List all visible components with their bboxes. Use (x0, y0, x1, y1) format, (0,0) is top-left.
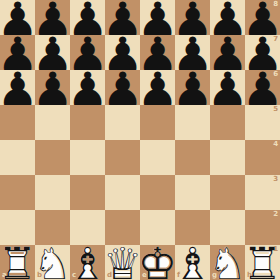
piece-black-pawn[interactable]: ♟ (175, 70, 210, 105)
rank-label-3: 3 (273, 176, 278, 183)
square-b3[interactable] (35, 175, 70, 210)
piece-glyph-fill: ♟ (140, 71, 175, 106)
square-h1[interactable]: 1h♜♖ (245, 245, 280, 280)
square-h8[interactable]: 8♟ (245, 0, 280, 35)
rank-label-5: 5 (273, 106, 278, 113)
square-g3[interactable] (210, 175, 245, 210)
piece-black-pawn[interactable]: ♟ (175, 0, 210, 35)
piece-black-pawn[interactable]: ♟ (105, 0, 140, 35)
piece-glyph-fill: ♟ (245, 36, 280, 71)
square-b8[interactable]: ♟ (35, 0, 70, 35)
piece-glyph-fill: ♟ (35, 71, 70, 106)
square-g2[interactable] (210, 210, 245, 245)
square-d8[interactable]: ♟ (105, 0, 140, 35)
piece-black-pawn[interactable]: ♟ (245, 35, 280, 70)
square-h6[interactable]: 6♟ (245, 70, 280, 105)
piece-black-pawn[interactable]: ♟ (35, 70, 70, 105)
piece-black-pawn[interactable]: ♟ (70, 35, 105, 70)
piece-white-bishop[interactable]: ♝♗ (70, 245, 105, 280)
square-f2[interactable] (175, 210, 210, 245)
piece-glyph-fill: ♞ (35, 246, 70, 280)
square-b1[interactable]: b♞♘ (35, 245, 70, 280)
square-f6[interactable]: ♟ (175, 70, 210, 105)
piece-glyph-outline: ♘ (35, 246, 70, 280)
piece-black-pawn[interactable]: ♟ (70, 70, 105, 105)
square-h3[interactable]: 3 (245, 175, 280, 210)
piece-glyph-fill: ♟ (70, 1, 105, 36)
piece-black-pawn[interactable]: ♟ (105, 70, 140, 105)
piece-glyph-fill: ♚ (140, 246, 175, 280)
piece-glyph-fill: ♟ (0, 71, 35, 106)
square-c3[interactable] (70, 175, 105, 210)
square-h2[interactable]: 2 (245, 210, 280, 245)
piece-glyph-fill: ♟ (245, 1, 280, 36)
piece-glyph-outline: ♔ (140, 246, 175, 280)
square-h7[interactable]: 7♟ (245, 35, 280, 70)
square-f8[interactable]: ♟ (175, 0, 210, 35)
square-f4[interactable] (175, 140, 210, 175)
piece-glyph-fill: ♟ (210, 36, 245, 71)
piece-black-pawn[interactable]: ♟ (210, 70, 245, 105)
piece-white-knight[interactable]: ♞♘ (35, 245, 70, 280)
piece-glyph-fill: ♟ (0, 36, 35, 71)
square-e8[interactable]: ♟ (140, 0, 175, 35)
square-d5[interactable] (105, 105, 140, 140)
square-a3[interactable] (0, 175, 35, 210)
square-g6[interactable]: ♟ (210, 70, 245, 105)
square-b7[interactable]: ♟ (35, 35, 70, 70)
piece-black-pawn[interactable]: ♟ (210, 35, 245, 70)
square-c2[interactable] (70, 210, 105, 245)
piece-black-pawn[interactable]: ♟ (0, 70, 35, 105)
square-c4[interactable] (70, 140, 105, 175)
piece-glyph-fill: ♟ (105, 1, 140, 36)
square-c6[interactable]: ♟ (70, 70, 105, 105)
square-d6[interactable]: ♟ (105, 70, 140, 105)
piece-black-pawn[interactable]: ♟ (0, 0, 35, 35)
chess-board: ♟♟♟♟♟♟♟8♟♟♟♟♟♟♟♟7♟♟♟♟♟♟♟♟6♟5432a♜♖b♞♘c♝♗… (0, 0, 280, 280)
piece-glyph-fill: ♝ (175, 246, 210, 280)
square-e5[interactable] (140, 105, 175, 140)
square-e3[interactable] (140, 175, 175, 210)
square-g7[interactable]: ♟ (210, 35, 245, 70)
square-c5[interactable] (70, 105, 105, 140)
square-g4[interactable] (210, 140, 245, 175)
piece-black-pawn[interactable]: ♟ (35, 0, 70, 35)
square-g5[interactable] (210, 105, 245, 140)
piece-glyph-outline: ♗ (70, 246, 105, 280)
piece-black-pawn[interactable]: ♟ (140, 35, 175, 70)
square-d2[interactable] (105, 210, 140, 245)
piece-white-rook[interactable]: ♜♖ (245, 245, 280, 280)
square-a8[interactable]: ♟ (0, 0, 35, 35)
piece-black-pawn[interactable]: ♟ (70, 0, 105, 35)
piece-black-pawn[interactable]: ♟ (175, 35, 210, 70)
piece-black-pawn[interactable]: ♟ (140, 0, 175, 35)
square-d7[interactable]: ♟ (105, 35, 140, 70)
rank-label-4: 4 (273, 141, 278, 148)
piece-glyph-fill: ♞ (210, 246, 245, 280)
square-e4[interactable] (140, 140, 175, 175)
piece-glyph-outline: ♘ (210, 246, 245, 280)
piece-white-king[interactable]: ♚♔ (140, 245, 175, 280)
piece-black-pawn[interactable]: ♟ (105, 35, 140, 70)
square-f7[interactable]: ♟ (175, 35, 210, 70)
square-a1[interactable]: a♜♖ (0, 245, 35, 280)
square-h5[interactable]: 5 (245, 105, 280, 140)
piece-glyph-fill: ♟ (140, 36, 175, 71)
square-c1[interactable]: c♝♗ (70, 245, 105, 280)
square-f3[interactable] (175, 175, 210, 210)
square-a2[interactable] (0, 210, 35, 245)
square-e7[interactable]: ♟ (140, 35, 175, 70)
piece-glyph-fill: ♝ (70, 246, 105, 280)
piece-glyph-fill: ♟ (210, 1, 245, 36)
square-h4[interactable]: 4 (245, 140, 280, 175)
rank-label-2: 2 (273, 211, 278, 218)
square-c7[interactable]: ♟ (70, 35, 105, 70)
piece-glyph-fill: ♟ (175, 71, 210, 106)
piece-glyph-fill: ♜ (0, 246, 35, 280)
piece-glyph-fill: ♟ (0, 1, 35, 36)
piece-black-pawn[interactable]: ♟ (0, 35, 35, 70)
square-g8[interactable]: ♟ (210, 0, 245, 35)
piece-white-bishop[interactable]: ♝♗ (175, 245, 210, 280)
square-a5[interactable] (0, 105, 35, 140)
square-e1[interactable]: e♚♔ (140, 245, 175, 280)
square-b4[interactable] (35, 140, 70, 175)
piece-glyph-fill: ♟ (175, 36, 210, 71)
piece-glyph-fill: ♟ (210, 71, 245, 106)
piece-black-pawn[interactable]: ♟ (35, 35, 70, 70)
piece-white-queen[interactable]: ♛♕ (105, 245, 140, 280)
square-b6[interactable]: ♟ (35, 70, 70, 105)
piece-glyph-fill: ♟ (140, 1, 175, 36)
piece-glyph-fill: ♟ (35, 36, 70, 71)
piece-glyph-fill: ♟ (70, 71, 105, 106)
square-f1[interactable]: f♝♗ (175, 245, 210, 280)
square-d1[interactable]: d♛♕ (105, 245, 140, 280)
piece-black-pawn[interactable]: ♟ (210, 0, 245, 35)
square-b5[interactable] (35, 105, 70, 140)
square-a4[interactable] (0, 140, 35, 175)
piece-white-rook[interactable]: ♜♖ (0, 245, 35, 280)
piece-glyph-fill: ♟ (175, 1, 210, 36)
piece-glyph-fill: ♟ (70, 36, 105, 71)
piece-black-pawn[interactable]: ♟ (245, 0, 280, 35)
square-g1[interactable]: g♞♘ (210, 245, 245, 280)
piece-glyph-outline: ♗ (175, 246, 210, 280)
piece-glyph-fill: ♟ (35, 1, 70, 36)
piece-white-knight[interactable]: ♞♘ (210, 245, 245, 280)
piece-glyph-fill: ♟ (105, 36, 140, 71)
square-a7[interactable]: ♟ (0, 35, 35, 70)
square-b2[interactable] (35, 210, 70, 245)
piece-black-pawn[interactable]: ♟ (245, 70, 280, 105)
piece-glyph-fill: ♜ (245, 246, 280, 280)
piece-glyph-fill: ♟ (105, 71, 140, 106)
square-d3[interactable] (105, 175, 140, 210)
piece-glyph-fill: ♛ (105, 246, 140, 280)
square-d4[interactable] (105, 140, 140, 175)
piece-black-pawn[interactable]: ♟ (140, 70, 175, 105)
square-a6[interactable]: ♟ (0, 70, 35, 105)
piece-glyph-outline: ♕ (105, 246, 140, 280)
piece-glyph-outline: ♖ (0, 246, 35, 280)
piece-glyph-outline: ♖ (245, 246, 280, 280)
square-e6[interactable]: ♟ (140, 70, 175, 105)
square-e2[interactable] (140, 210, 175, 245)
piece-glyph-fill: ♟ (245, 71, 280, 106)
square-c8[interactable]: ♟ (70, 0, 105, 35)
square-f5[interactable] (175, 105, 210, 140)
